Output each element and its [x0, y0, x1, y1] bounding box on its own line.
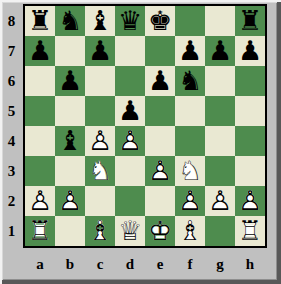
piece-black-pawn[interactable]: ♟ — [115, 96, 145, 126]
square-e7[interactable] — [145, 36, 175, 66]
file-labels: abcdefgh — [25, 250, 265, 278]
piece-black-pawn[interactable]: ♟ — [25, 36, 55, 66]
square-e3[interactable]: ♟♙ — [145, 156, 175, 186]
rank-labels: 87654321 — [0, 6, 23, 246]
file-label-a: a — [25, 250, 55, 278]
black-piece-glyph: ♛ — [115, 6, 145, 36]
square-f5[interactable] — [175, 96, 205, 126]
square-b2[interactable]: ♟♙ — [55, 186, 85, 216]
file-label-h: h — [235, 250, 265, 278]
chess-diagram-window: 87654321 ♜♞♝♛♚♜♟♟♟♟♟♟♟♞♟♝♟♙♟♙♞♘♟♙♞♘♟♙♟♙♟… — [0, 0, 281, 284]
square-c5[interactable] — [85, 96, 115, 126]
square-e5[interactable] — [145, 96, 175, 126]
square-d7[interactable] — [115, 36, 145, 66]
piece-white-bishop[interactable]: ♝♗ — [85, 216, 115, 246]
black-piece-glyph: ♟ — [205, 36, 235, 66]
square-h1[interactable]: ♜♖ — [235, 216, 265, 246]
square-b4[interactable]: ♝ — [55, 126, 85, 156]
piece-white-pawn[interactable]: ♟♙ — [85, 126, 115, 156]
square-c6[interactable] — [85, 66, 115, 96]
square-d2[interactable] — [115, 186, 145, 216]
square-e1[interactable]: ♚♔ — [145, 216, 175, 246]
square-a2[interactable]: ♟♙ — [25, 186, 55, 216]
square-b8[interactable]: ♞ — [55, 6, 85, 36]
black-piece-glyph: ♞ — [55, 6, 85, 36]
piece-black-knight[interactable]: ♞ — [55, 6, 85, 36]
square-f1[interactable]: ♝♗ — [175, 216, 205, 246]
piece-white-rook[interactable]: ♜♖ — [25, 216, 55, 246]
white-piece-outline: ♙ — [25, 186, 55, 216]
square-g4[interactable] — [205, 126, 235, 156]
black-piece-glyph: ♝ — [85, 6, 115, 36]
piece-black-bishop[interactable]: ♝ — [85, 6, 115, 36]
piece-white-queen[interactable]: ♛♕ — [115, 216, 145, 246]
piece-black-rook[interactable]: ♜ — [25, 6, 55, 36]
black-piece-glyph: ♟ — [115, 96, 145, 126]
square-b1[interactable] — [55, 216, 85, 246]
black-piece-glyph: ♚ — [145, 6, 175, 36]
white-piece-outline: ♙ — [55, 186, 85, 216]
square-d5[interactable]: ♟ — [115, 96, 145, 126]
square-d8[interactable]: ♛ — [115, 6, 145, 36]
square-a1[interactable]: ♜♖ — [25, 216, 55, 246]
rank-label-1: 1 — [0, 216, 23, 246]
white-piece-outline: ♙ — [235, 186, 265, 216]
black-piece-glyph: ♜ — [235, 6, 265, 36]
rank-label-6: 6 — [0, 66, 23, 96]
piece-white-pawn[interactable]: ♟♙ — [115, 126, 145, 156]
square-e4[interactable] — [145, 126, 175, 156]
rank-label-8: 8 — [0, 6, 23, 36]
square-h6[interactable] — [235, 66, 265, 96]
white-piece-outline: ♙ — [175, 186, 205, 216]
piece-white-pawn[interactable]: ♟♙ — [175, 186, 205, 216]
white-piece-outline: ♙ — [205, 186, 235, 216]
square-d3[interactable] — [115, 156, 145, 186]
square-g6[interactable] — [205, 66, 235, 96]
piece-black-pawn[interactable]: ♟ — [235, 36, 265, 66]
piece-white-pawn[interactable]: ♟♙ — [25, 186, 55, 216]
file-label-b: b — [55, 250, 85, 278]
black-piece-glyph: ♟ — [85, 36, 115, 66]
piece-white-pawn[interactable]: ♟♙ — [235, 186, 265, 216]
square-f2[interactable]: ♟♙ — [175, 186, 205, 216]
square-b7[interactable] — [55, 36, 85, 66]
piece-white-king[interactable]: ♚♔ — [145, 216, 175, 246]
piece-black-pawn[interactable]: ♟ — [175, 36, 205, 66]
piece-white-rook[interactable]: ♜♖ — [235, 216, 265, 246]
square-d6[interactable] — [115, 66, 145, 96]
square-d4[interactable]: ♟♙ — [115, 126, 145, 156]
file-label-f: f — [175, 250, 205, 278]
square-g7[interactable]: ♟ — [205, 36, 235, 66]
square-f8[interactable] — [175, 6, 205, 36]
black-piece-glyph: ♟ — [55, 66, 85, 96]
file-label-c: c — [85, 250, 115, 278]
black-piece-glyph: ♟ — [175, 36, 205, 66]
piece-black-pawn[interactable]: ♟ — [55, 66, 85, 96]
square-h3[interactable] — [235, 156, 265, 186]
square-e6[interactable]: ♟ — [145, 66, 175, 96]
square-f3[interactable]: ♞♘ — [175, 156, 205, 186]
square-h7[interactable]: ♟ — [235, 36, 265, 66]
piece-black-pawn[interactable]: ♟ — [145, 66, 175, 96]
piece-black-king[interactable]: ♚ — [145, 6, 175, 36]
piece-white-knight[interactable]: ♞♘ — [175, 156, 205, 186]
piece-black-knight[interactable]: ♞ — [175, 66, 205, 96]
square-c8[interactable]: ♝ — [85, 6, 115, 36]
square-a8[interactable]: ♜ — [25, 6, 55, 36]
square-c1[interactable]: ♝♗ — [85, 216, 115, 246]
square-g5[interactable] — [205, 96, 235, 126]
black-piece-glyph: ♟ — [25, 36, 55, 66]
rank-label-4: 4 — [0, 126, 23, 156]
square-f7[interactable]: ♟ — [175, 36, 205, 66]
square-a4[interactable] — [25, 126, 55, 156]
chess-board: ♜♞♝♛♚♜♟♟♟♟♟♟♟♞♟♝♟♙♟♙♞♘♟♙♞♘♟♙♟♙♟♙♟♙♟♙♜♖♝♗… — [23, 4, 267, 248]
square-g8[interactable] — [205, 6, 235, 36]
square-b3[interactable] — [55, 156, 85, 186]
white-piece-outline: ♙ — [145, 156, 175, 186]
square-b6[interactable]: ♟ — [55, 66, 85, 96]
square-h5[interactable] — [235, 96, 265, 126]
white-piece-outline: ♘ — [85, 156, 115, 186]
square-d1[interactable]: ♛♕ — [115, 216, 145, 246]
piece-black-bishop[interactable]: ♝ — [55, 126, 85, 156]
white-piece-outline: ♕ — [115, 216, 145, 246]
rank-label-7: 7 — [0, 36, 23, 66]
square-f4[interactable] — [175, 126, 205, 156]
white-piece-outline: ♖ — [235, 216, 265, 246]
black-piece-glyph: ♞ — [175, 66, 205, 96]
square-c3[interactable]: ♞♘ — [85, 156, 115, 186]
square-c7[interactable]: ♟ — [85, 36, 115, 66]
square-a5[interactable] — [25, 96, 55, 126]
square-h8[interactable]: ♜ — [235, 6, 265, 36]
file-label-g: g — [205, 250, 235, 278]
square-a7[interactable]: ♟ — [25, 36, 55, 66]
piece-white-knight[interactable]: ♞♘ — [85, 156, 115, 186]
square-e8[interactable]: ♚ — [145, 6, 175, 36]
piece-white-pawn[interactable]: ♟♙ — [55, 186, 85, 216]
file-label-d: d — [115, 250, 145, 278]
piece-black-pawn[interactable]: ♟ — [85, 36, 115, 66]
square-g1[interactable] — [205, 216, 235, 246]
black-piece-glyph: ♜ — [25, 6, 55, 36]
square-h4[interactable] — [235, 126, 265, 156]
piece-white-pawn[interactable]: ♟♙ — [205, 186, 235, 216]
white-piece-outline: ♗ — [85, 216, 115, 246]
rank-label-2: 2 — [0, 186, 23, 216]
white-piece-outline: ♗ — [175, 216, 205, 246]
square-e2[interactable] — [145, 186, 175, 216]
square-h2[interactable]: ♟♙ — [235, 186, 265, 216]
white-piece-outline: ♖ — [25, 216, 55, 246]
black-piece-glyph: ♟ — [145, 66, 175, 96]
square-g3[interactable] — [205, 156, 235, 186]
piece-black-queen[interactable]: ♛ — [115, 6, 145, 36]
square-f6[interactable]: ♞ — [175, 66, 205, 96]
square-c2[interactable] — [85, 186, 115, 216]
black-piece-glyph: ♝ — [55, 126, 85, 156]
square-g2[interactable]: ♟♙ — [205, 186, 235, 216]
white-piece-outline: ♙ — [85, 126, 115, 156]
square-a6[interactable] — [25, 66, 55, 96]
white-piece-outline: ♔ — [145, 216, 175, 246]
square-c4[interactable]: ♟♙ — [85, 126, 115, 156]
piece-black-rook[interactable]: ♜ — [235, 6, 265, 36]
white-piece-outline: ♘ — [175, 156, 205, 186]
piece-white-bishop[interactable]: ♝♗ — [175, 216, 205, 246]
rank-label-5: 5 — [0, 96, 23, 126]
white-piece-outline: ♙ — [115, 126, 145, 156]
piece-white-pawn[interactable]: ♟♙ — [145, 156, 175, 186]
rank-label-3: 3 — [0, 156, 23, 186]
square-a3[interactable] — [25, 156, 55, 186]
black-piece-glyph: ♟ — [235, 36, 265, 66]
file-label-e: e — [145, 250, 175, 278]
piece-black-pawn[interactable]: ♟ — [205, 36, 235, 66]
square-b5[interactable] — [55, 96, 85, 126]
